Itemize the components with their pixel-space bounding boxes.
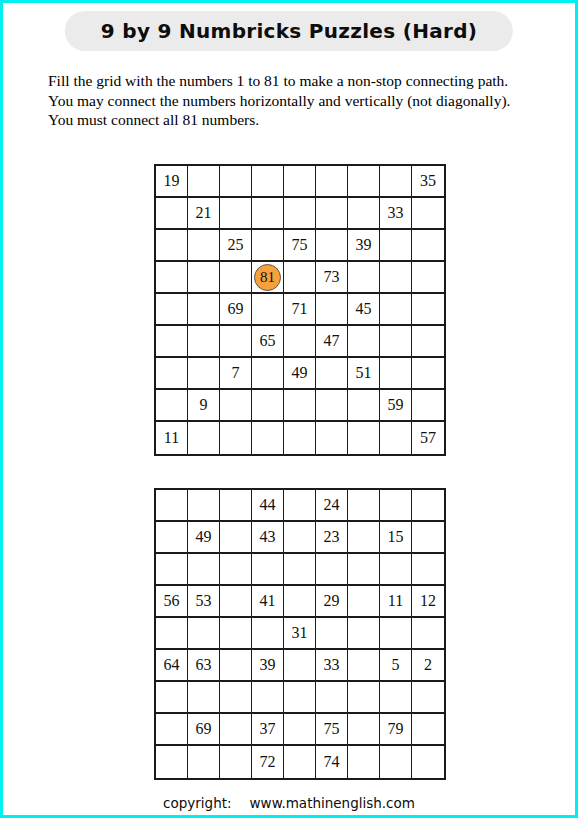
cell-r3c6[interactable] [316, 554, 348, 586]
cell-r8c4[interactable]: 37 [252, 714, 284, 746]
cell-r2c8[interactable]: 33 [380, 198, 412, 230]
cell-r7c3[interactable]: 7 [220, 358, 252, 390]
copyright-label: copyright: [163, 795, 232, 811]
cell-r4c3[interactable] [220, 262, 252, 294]
cell-r7c6[interactable] [316, 358, 348, 390]
cell-r7c3[interactable] [220, 682, 252, 714]
cell-r9c2[interactable] [188, 746, 220, 778]
cell-r6c8[interactable] [380, 326, 412, 358]
cell-r7c9[interactable] [412, 358, 444, 390]
cell-r1c5[interactable] [284, 490, 316, 522]
cell-r1c5[interactable] [284, 166, 316, 198]
cell-r1c1[interactable] [156, 490, 188, 522]
cell-r9c1[interactable]: 11 [156, 422, 188, 454]
cell-r8c7[interactable] [348, 390, 380, 422]
cell-r8c6[interactable]: 75 [316, 714, 348, 746]
cell-r4c8[interactable]: 11 [380, 586, 412, 618]
cell-r6c1[interactable]: 64 [156, 650, 188, 682]
cell-r6c9[interactable] [412, 326, 444, 358]
cell-r3c9[interactable] [412, 554, 444, 586]
cell-r3c1[interactable] [156, 230, 188, 262]
cell-r9c8[interactable] [380, 746, 412, 778]
cell-r2c2[interactable]: 49 [188, 522, 220, 554]
cell-r4c5[interactable] [284, 586, 316, 618]
cell-r7c2[interactable] [188, 682, 220, 714]
cell-r1c6[interactable] [316, 166, 348, 198]
cell-r7c2[interactable] [188, 358, 220, 390]
cell-r5c4[interactable] [252, 294, 284, 326]
cell-r3c1[interactable] [156, 554, 188, 586]
cell-r6c7[interactable] [348, 326, 380, 358]
cell-r2c7[interactable] [348, 198, 380, 230]
cell-r2c1[interactable] [156, 198, 188, 230]
cell-r6c9[interactable]: 2 [412, 650, 444, 682]
cell-r9c4[interactable]: 72 [252, 746, 284, 778]
cell-r9c7[interactable] [348, 746, 380, 778]
cell-r1c4[interactable] [252, 166, 284, 198]
cell-r2c6[interactable]: 23 [316, 522, 348, 554]
cell-r9c9[interactable]: 57 [412, 422, 444, 454]
cell-r5c8[interactable] [380, 294, 412, 326]
cell-r5c5[interactable]: 71 [284, 294, 316, 326]
cell-r4c4[interactable]: 41 [252, 586, 284, 618]
cell-r2c5[interactable] [284, 522, 316, 554]
cell-r3c2[interactable] [188, 230, 220, 262]
cell-r3c7[interactable] [348, 554, 380, 586]
cell-r1c3[interactable] [220, 166, 252, 198]
cell-r4c5[interactable] [284, 262, 316, 294]
cell-r2c3[interactable] [220, 198, 252, 230]
instruction-line-3: You must connect all 81 numbers. [48, 110, 555, 130]
instructions: Fill the grid with the numbers 1 to 81 t… [48, 71, 555, 130]
cell-r5c7[interactable]: 45 [348, 294, 380, 326]
cell-r7c5[interactable]: 49 [284, 358, 316, 390]
cell-r3c8[interactable] [380, 554, 412, 586]
cell-r9c9[interactable] [412, 746, 444, 778]
cell-r6c6[interactable]: 33 [316, 650, 348, 682]
cell-r5c8[interactable] [380, 618, 412, 650]
cell-r1c3[interactable] [220, 490, 252, 522]
cell-r4c1[interactable]: 56 [156, 586, 188, 618]
cell-r7c8[interactable] [380, 682, 412, 714]
cell-r8c8[interactable]: 79 [380, 714, 412, 746]
cell-r8c5[interactable] [284, 714, 316, 746]
cell-r3c5[interactable]: 75 [284, 230, 316, 262]
cell-r4c9[interactable]: 12 [412, 586, 444, 618]
instruction-line-1: Fill the grid with the numbers 1 to 81 t… [48, 71, 555, 91]
cell-r3c4[interactable] [252, 554, 284, 586]
worksheet-page: 9 by 9 Numbricks Puzzles (Hard) Fill the… [0, 0, 578, 818]
site-link[interactable]: www.mathinenglish.com [250, 795, 415, 811]
cell-r4c8[interactable] [380, 262, 412, 294]
cell-r7c8[interactable] [380, 358, 412, 390]
cell-r6c8[interactable]: 5 [380, 650, 412, 682]
cell-r3c5[interactable] [284, 554, 316, 586]
cell-r6c2[interactable]: 63 [188, 650, 220, 682]
cell-r6c5[interactable] [284, 650, 316, 682]
cell-r9c2[interactable] [188, 422, 220, 454]
cell-r1c7[interactable] [348, 490, 380, 522]
puzzle-grid-2: 4424494323155653412911123164633933526937… [154, 488, 446, 780]
cell-r6c3[interactable] [220, 326, 252, 358]
cell-r8c1[interactable] [156, 390, 188, 422]
cell-r3c2[interactable] [188, 554, 220, 586]
cell-r4c2[interactable] [188, 262, 220, 294]
cell-r8c5[interactable] [284, 390, 316, 422]
cell-r9c7[interactable] [348, 422, 380, 454]
cell-r5c1[interactable] [156, 294, 188, 326]
cell-r4c2[interactable]: 53 [188, 586, 220, 618]
cell-r6c2[interactable] [188, 326, 220, 358]
cell-r1c2[interactable] [188, 166, 220, 198]
cell-r5c3[interactable]: 69 [220, 294, 252, 326]
cell-r2c7[interactable] [348, 522, 380, 554]
cell-r7c9[interactable] [412, 682, 444, 714]
cell-r2c9[interactable] [412, 198, 444, 230]
cell-r1c8[interactable] [380, 166, 412, 198]
cell-r9c1[interactable] [156, 746, 188, 778]
cell-r2c5[interactable] [284, 198, 316, 230]
cell-r6c4[interactable]: 39 [252, 650, 284, 682]
cell-r5c2[interactable] [188, 294, 220, 326]
cell-r8c7[interactable] [348, 714, 380, 746]
cell-r7c7[interactable]: 51 [348, 358, 380, 390]
cell-r5c5[interactable]: 31 [284, 618, 316, 650]
cell-r7c4[interactable] [252, 358, 284, 390]
cell-r6c6[interactable]: 47 [316, 326, 348, 358]
cell-r2c3[interactable] [220, 522, 252, 554]
cell-r3c4[interactable] [252, 230, 284, 262]
cell-r9c3[interactable] [220, 422, 252, 454]
cell-r8c2[interactable]: 9 [188, 390, 220, 422]
cell-r1c1[interactable]: 19 [156, 166, 188, 198]
cell-r3c9[interactable] [412, 230, 444, 262]
cell-r1c6[interactable]: 24 [316, 490, 348, 522]
cell-r5c2[interactable] [188, 618, 220, 650]
cell-r9c6[interactable]: 74 [316, 746, 348, 778]
cell-r8c1[interactable] [156, 714, 188, 746]
cell-r9c6[interactable] [316, 422, 348, 454]
cell-r1c8[interactable] [380, 490, 412, 522]
highlight-circle: 81 [254, 264, 281, 291]
cell-r3c8[interactable] [380, 230, 412, 262]
cell-r7c7[interactable] [348, 682, 380, 714]
cell-r6c7[interactable] [348, 650, 380, 682]
cell-r8c8[interactable]: 59 [380, 390, 412, 422]
cell-r5c4[interactable] [252, 618, 284, 650]
cell-r1c2[interactable] [188, 490, 220, 522]
cell-r4c9[interactable] [412, 262, 444, 294]
cell-r8c4[interactable] [252, 390, 284, 422]
cell-r4c7[interactable] [348, 262, 380, 294]
cell-r4c1[interactable] [156, 262, 188, 294]
cell-r7c5[interactable] [284, 682, 316, 714]
cell-r6c3[interactable] [220, 650, 252, 682]
cell-r8c9[interactable] [412, 714, 444, 746]
cell-r1c9[interactable] [412, 490, 444, 522]
cell-r7c1[interactable] [156, 358, 188, 390]
cell-r2c4[interactable] [252, 198, 284, 230]
instruction-line-2: You may connect the numbers horizontally… [48, 91, 555, 111]
cell-r4c6[interactable]: 73 [316, 262, 348, 294]
cell-r3c6[interactable] [316, 230, 348, 262]
cell-r6c4[interactable]: 65 [252, 326, 284, 358]
cell-r9c8[interactable] [380, 422, 412, 454]
cell-r2c2[interactable]: 21 [188, 198, 220, 230]
cell-r5c7[interactable] [348, 618, 380, 650]
cell-r3c3[interactable] [220, 554, 252, 586]
cell-r7c1[interactable] [156, 682, 188, 714]
cell-r9c5[interactable] [284, 746, 316, 778]
cell-r8c9[interactable] [412, 390, 444, 422]
cell-r1c9[interactable]: 35 [412, 166, 444, 198]
cell-r8c3[interactable] [220, 390, 252, 422]
cell-r4c7[interactable] [348, 586, 380, 618]
cell-r2c1[interactable] [156, 522, 188, 554]
cell-r5c9[interactable] [412, 618, 444, 650]
cell-r4c4[interactable]: 81 [252, 262, 284, 294]
puzzle-grid-1: 1935213325753981736971456547749519591157 [154, 164, 446, 456]
cell-r8c6[interactable] [316, 390, 348, 422]
cell-r9c3[interactable] [220, 746, 252, 778]
cell-r5c6[interactable] [316, 294, 348, 326]
cell-r4c3[interactable] [220, 586, 252, 618]
cell-r7c4[interactable] [252, 682, 284, 714]
cell-r8c3[interactable] [220, 714, 252, 746]
cell-r2c8[interactable]: 15 [380, 522, 412, 554]
cell-r5c9[interactable] [412, 294, 444, 326]
cell-r9c4[interactable] [252, 422, 284, 454]
cell-r9c5[interactable] [284, 422, 316, 454]
cell-r6c1[interactable] [156, 326, 188, 358]
cell-r2c4[interactable]: 43 [252, 522, 284, 554]
cell-r8c2[interactable]: 69 [188, 714, 220, 746]
cell-r3c7[interactable]: 39 [348, 230, 380, 262]
footer: copyright:www.mathinenglish.com [3, 795, 575, 811]
cell-r5c3[interactable] [220, 618, 252, 650]
cell-r2c9[interactable] [412, 522, 444, 554]
cell-r1c7[interactable] [348, 166, 380, 198]
cell-r6c5[interactable] [284, 326, 316, 358]
page-title: 9 by 9 Numbricks Puzzles (Hard) [65, 11, 513, 51]
cell-r5c1[interactable] [156, 618, 188, 650]
cell-r4c6[interactable]: 29 [316, 586, 348, 618]
cell-r7c6[interactable] [316, 682, 348, 714]
cell-r2c6[interactable] [316, 198, 348, 230]
cell-r5c6[interactable] [316, 618, 348, 650]
cell-r1c4[interactable]: 44 [252, 490, 284, 522]
cell-r3c3[interactable]: 25 [220, 230, 252, 262]
